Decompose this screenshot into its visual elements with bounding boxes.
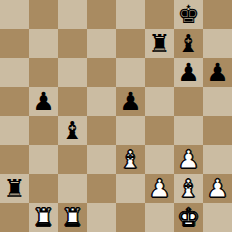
white-pawn-g3: ♟: [177, 145, 199, 174]
square-g1[interactable]: ♚: [174, 203, 203, 232]
square-f5[interactable]: [145, 87, 174, 116]
black-rook-a2: ♜: [3, 174, 25, 203]
square-f1[interactable]: [145, 203, 174, 232]
square-b6[interactable]: [29, 58, 58, 87]
square-a7[interactable]: [0, 29, 29, 58]
square-b4[interactable]: [29, 116, 58, 145]
square-a4[interactable]: [0, 116, 29, 145]
square-g3[interactable]: ♟: [174, 145, 203, 174]
square-d1[interactable]: [87, 203, 116, 232]
black-rook-f7: ♜: [148, 29, 170, 58]
black-pawn-h6: ♟: [206, 58, 228, 87]
square-c4[interactable]: ♝: [58, 116, 87, 145]
square-e7[interactable]: [116, 29, 145, 58]
square-f8[interactable]: [145, 0, 174, 29]
black-pawn-g6: ♟: [177, 58, 199, 87]
square-c2[interactable]: [58, 174, 87, 203]
square-c5[interactable]: [58, 87, 87, 116]
white-rook-b1: ♜: [32, 203, 54, 232]
square-b5[interactable]: ♟: [29, 87, 58, 116]
square-d5[interactable]: [87, 87, 116, 116]
square-d4[interactable]: [87, 116, 116, 145]
square-g7[interactable]: ♝: [174, 29, 203, 58]
square-b7[interactable]: [29, 29, 58, 58]
chess-board: ♚♜♝♟♟♟♟♝♝♟♜♟♝♟♜♜♚: [0, 0, 232, 232]
square-g8[interactable]: ♚: [174, 0, 203, 29]
square-g6[interactable]: ♟: [174, 58, 203, 87]
square-g5[interactable]: [174, 87, 203, 116]
white-rook-c1: ♜: [61, 203, 83, 232]
square-e8[interactable]: [116, 0, 145, 29]
square-d7[interactable]: [87, 29, 116, 58]
square-a2[interactable]: ♜: [0, 174, 29, 203]
square-b2[interactable]: [29, 174, 58, 203]
white-king-g1: ♚: [177, 203, 199, 232]
square-c8[interactable]: [58, 0, 87, 29]
square-e1[interactable]: [116, 203, 145, 232]
square-c1[interactable]: ♜: [58, 203, 87, 232]
square-a5[interactable]: [0, 87, 29, 116]
square-h6[interactable]: ♟: [203, 58, 232, 87]
square-h8[interactable]: [203, 0, 232, 29]
square-f6[interactable]: [145, 58, 174, 87]
square-e5[interactable]: ♟: [116, 87, 145, 116]
square-d6[interactable]: [87, 58, 116, 87]
square-g2[interactable]: ♝: [174, 174, 203, 203]
square-b1[interactable]: ♜: [29, 203, 58, 232]
white-bishop-e3: ♝: [119, 145, 141, 174]
square-f3[interactable]: [145, 145, 174, 174]
white-pawn-h2: ♟: [206, 174, 228, 203]
square-h4[interactable]: [203, 116, 232, 145]
square-f7[interactable]: ♜: [145, 29, 174, 58]
square-h2[interactable]: ♟: [203, 174, 232, 203]
square-a8[interactable]: [0, 0, 29, 29]
square-e3[interactable]: ♝: [116, 145, 145, 174]
square-h5[interactable]: [203, 87, 232, 116]
black-king-g8: ♚: [177, 0, 199, 29]
black-bishop-g7: ♝: [177, 29, 199, 58]
square-d3[interactable]: [87, 145, 116, 174]
black-bishop-c4: ♝: [61, 116, 83, 145]
square-f4[interactable]: [145, 116, 174, 145]
square-f2[interactable]: ♟: [145, 174, 174, 203]
square-b3[interactable]: [29, 145, 58, 174]
square-e4[interactable]: [116, 116, 145, 145]
black-pawn-e5: ♟: [119, 87, 141, 116]
square-a3[interactable]: [0, 145, 29, 174]
square-e6[interactable]: [116, 58, 145, 87]
black-pawn-b5: ♟: [32, 87, 54, 116]
square-c7[interactable]: [58, 29, 87, 58]
square-d8[interactable]: [87, 0, 116, 29]
square-c6[interactable]: [58, 58, 87, 87]
square-h7[interactable]: [203, 29, 232, 58]
white-pawn-f2: ♟: [148, 174, 170, 203]
square-a6[interactable]: [0, 58, 29, 87]
square-h3[interactable]: [203, 145, 232, 174]
square-c3[interactable]: [58, 145, 87, 174]
square-a1[interactable]: [0, 203, 29, 232]
white-bishop-g2: ♝: [177, 174, 199, 203]
square-b8[interactable]: [29, 0, 58, 29]
square-d2[interactable]: [87, 174, 116, 203]
square-h1[interactable]: [203, 203, 232, 232]
square-g4[interactable]: [174, 116, 203, 145]
square-e2[interactable]: [116, 174, 145, 203]
